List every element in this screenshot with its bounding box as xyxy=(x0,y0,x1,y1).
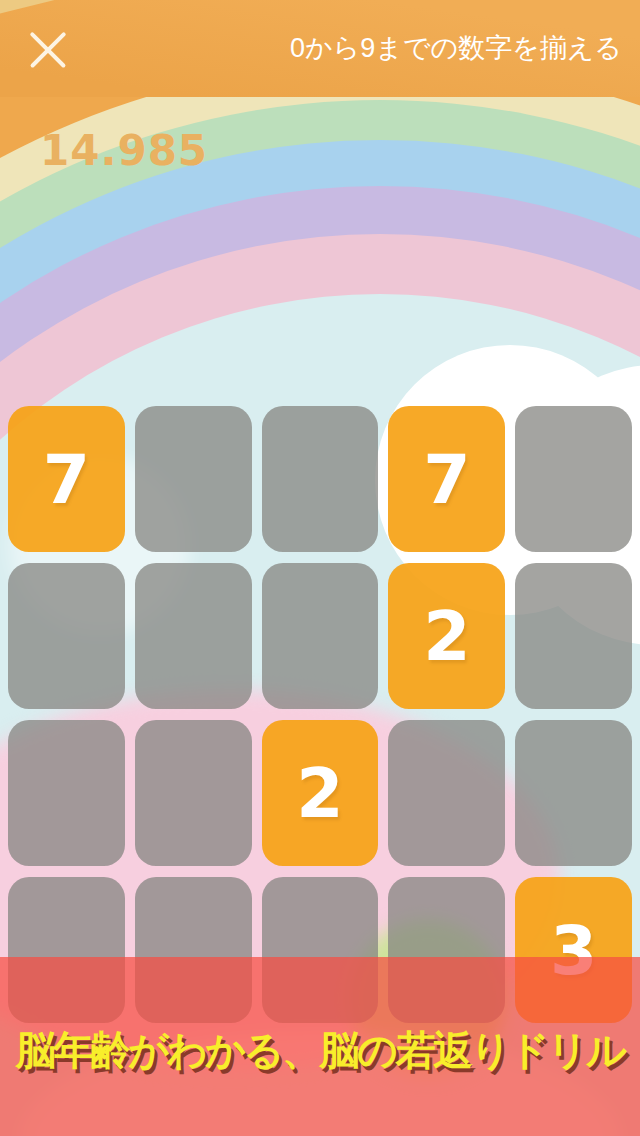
tile-digit: 7 xyxy=(423,440,470,519)
tile-r3c1[interactable] xyxy=(8,720,125,866)
tile-r3c4[interactable] xyxy=(388,720,505,866)
tile-r2c1[interactable] xyxy=(8,563,125,709)
tile-digit: 7 xyxy=(43,440,90,519)
close-button[interactable] xyxy=(30,32,66,68)
tile-r2c4[interactable]: 2 xyxy=(388,563,505,709)
tile-digit: 2 xyxy=(423,597,470,676)
tile-r3c2[interactable] xyxy=(135,720,252,866)
app-screen: 0から9までの数字を揃える 14.985 77223 脳年齢がわかる、脳の若返り… xyxy=(0,0,640,1136)
timer-value: 14.985 xyxy=(40,126,208,175)
tile-r2c2[interactable] xyxy=(135,563,252,709)
tile-r1c2[interactable] xyxy=(135,406,252,552)
tile-r1c3[interactable] xyxy=(262,406,379,552)
page-title: 0から9までの数字を揃える xyxy=(290,31,622,65)
header-bar: 0から9までの数字を揃える xyxy=(0,0,640,97)
game-board: 77223 xyxy=(8,406,632,1023)
tile-r1c1[interactable]: 7 xyxy=(8,406,125,552)
tile-r1c4[interactable]: 7 xyxy=(388,406,505,552)
corner-streak xyxy=(0,0,152,51)
tile-r2c3[interactable] xyxy=(262,563,379,709)
tile-r3c5[interactable] xyxy=(515,720,632,866)
tile-digit: 2 xyxy=(296,754,343,833)
ad-banner-text: 脳年齢がわかる、脳の若返りドリル xyxy=(0,1023,640,1078)
tile-r1c5[interactable] xyxy=(515,406,632,552)
ad-banner[interactable]: 脳年齢がわかる、脳の若返りドリル xyxy=(0,957,640,1136)
tile-r3c3[interactable]: 2 xyxy=(262,720,379,866)
tile-r2c5[interactable] xyxy=(515,563,632,709)
